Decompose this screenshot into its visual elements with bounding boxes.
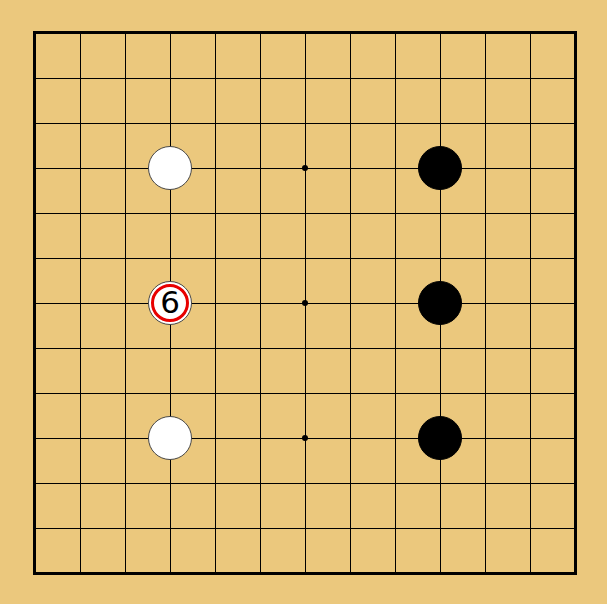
grid-line-horizontal — [35, 483, 575, 484]
move-number-label: 6 — [160, 287, 180, 318]
star-point — [302, 300, 308, 306]
grid-line-vertical — [395, 33, 396, 573]
stone-d7: 6 — [148, 281, 192, 325]
grid-line-horizontal — [35, 348, 575, 349]
stone-k7 — [418, 281, 462, 325]
stone-d10 — [148, 146, 192, 190]
grid-line-vertical — [350, 33, 351, 573]
star-point — [302, 165, 308, 171]
stone-d4 — [148, 416, 192, 460]
grid-line-vertical — [485, 33, 486, 573]
stone-k4 — [418, 416, 462, 460]
star-point — [302, 435, 308, 441]
grid-line-horizontal — [35, 393, 575, 394]
go-diagram: 6 — [0, 0, 607, 604]
stone-k10 — [418, 146, 462, 190]
grid-line-vertical — [530, 33, 531, 573]
grid-line-horizontal — [35, 528, 575, 529]
